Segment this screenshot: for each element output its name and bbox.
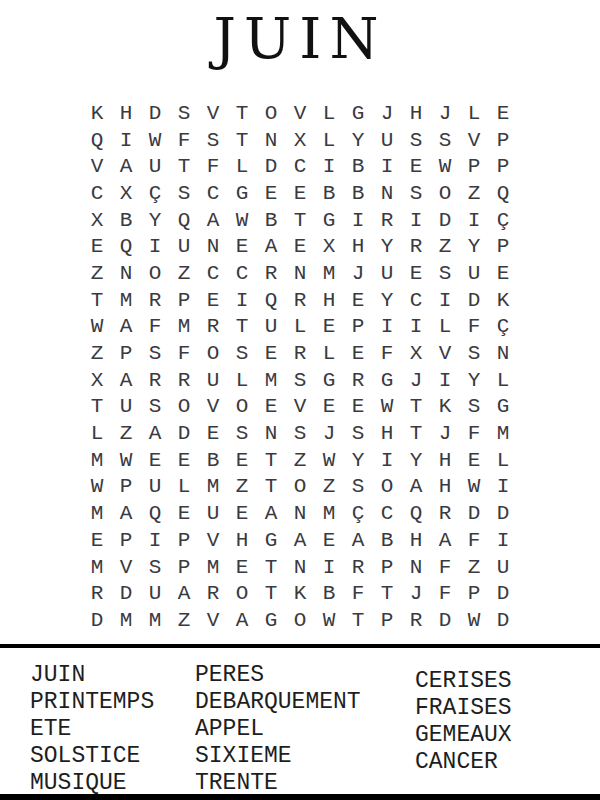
grid-cell-r10c8: R bbox=[286, 340, 315, 367]
grid-cell-r15c6: Z bbox=[228, 474, 257, 501]
grid-cell-r10c12: X bbox=[402, 340, 431, 367]
grid-cell-r3c11: I bbox=[373, 153, 402, 180]
grid-cell-r11c10: R bbox=[344, 367, 373, 394]
grid-cell-r6c4: U bbox=[170, 233, 199, 260]
grid-cell-r19c14: P bbox=[460, 580, 489, 607]
grid-cell-r3c6: L bbox=[228, 153, 257, 180]
grid-cell-r2c12: S bbox=[402, 127, 431, 154]
grid-cell-r4c7: E bbox=[257, 180, 286, 207]
grid-cell-r4c13: O bbox=[431, 180, 460, 207]
grid-cell-r14c10: Y bbox=[344, 447, 373, 474]
grid-cell-r1c15: E bbox=[489, 100, 518, 127]
grid-cell-r19c1: R bbox=[83, 580, 112, 607]
grid-cell-r3c15: P bbox=[489, 153, 518, 180]
grid-cell-r5c5: A bbox=[199, 207, 228, 234]
grid-cell-r10c9: L bbox=[315, 340, 344, 367]
grid-cell-r2c2: I bbox=[112, 127, 141, 154]
grid-cell-r19c2: D bbox=[112, 580, 141, 607]
grid-cell-r11c9: G bbox=[315, 367, 344, 394]
grid-cell-r5c2: B bbox=[112, 207, 141, 234]
grid-cell-r11c4: R bbox=[170, 367, 199, 394]
grid-cell-r8c4: P bbox=[170, 287, 199, 314]
word-musique: MUSIQUE bbox=[30, 770, 195, 797]
grid-cell-r4c14: Z bbox=[460, 180, 489, 207]
grid-cell-r20c14: W bbox=[460, 607, 489, 634]
word-trente: TRENTE bbox=[195, 770, 415, 797]
grid-cell-r11c7: M bbox=[257, 367, 286, 394]
grid-cell-r19c8: K bbox=[286, 580, 315, 607]
grid-cell-r19c6: O bbox=[228, 580, 257, 607]
grid-cell-r20c5: V bbox=[199, 607, 228, 634]
grid-cell-r1c13: J bbox=[431, 100, 460, 127]
grid-cell-r10c11: F bbox=[373, 340, 402, 367]
grid-cell-r4c9: B bbox=[315, 180, 344, 207]
grid-cell-r11c11: G bbox=[373, 367, 402, 394]
word-juin: JUIN bbox=[30, 662, 195, 689]
grid-cell-r12c14: S bbox=[460, 394, 489, 421]
grid-cell-r17c3: I bbox=[141, 527, 170, 554]
grid-cell-r2c1: Q bbox=[83, 127, 112, 154]
grid-cell-r4c2: X bbox=[112, 180, 141, 207]
grid-cell-r19c7: T bbox=[257, 580, 286, 607]
grid-cell-r18c4: P bbox=[170, 554, 199, 581]
grid-cell-r7c15: E bbox=[489, 260, 518, 287]
worksheet-page: JUIN KHDSVTOVLGJHJLEQIWFSTNXLYUSSVPVAUTF… bbox=[0, 0, 600, 800]
grid-cell-r3c2: A bbox=[112, 153, 141, 180]
grid-cell-r3c9: I bbox=[315, 153, 344, 180]
grid-cell-r4c4: S bbox=[170, 180, 199, 207]
grid-cell-r6c14: Y bbox=[460, 233, 489, 260]
grid-cell-r12c8: V bbox=[286, 394, 315, 421]
grid-cell-r11c6: L bbox=[228, 367, 257, 394]
grid-cell-r2c4: F bbox=[170, 127, 199, 154]
grid-cell-r17c5: V bbox=[199, 527, 228, 554]
grid-cell-r17c14: F bbox=[460, 527, 489, 554]
grid-cell-r18c1: M bbox=[83, 554, 112, 581]
grid-cell-r8c2: M bbox=[112, 287, 141, 314]
grid-cell-r14c12: Y bbox=[402, 447, 431, 474]
grid-cell-r19c9: B bbox=[315, 580, 344, 607]
grid-cell-r4c12: S bbox=[402, 180, 431, 207]
grid-cell-r15c15: I bbox=[489, 474, 518, 501]
grid-cell-r12c7: E bbox=[257, 394, 286, 421]
grid-cell-r3c8: C bbox=[286, 153, 315, 180]
word-debarquement: DEBARQUEMENT bbox=[195, 689, 415, 716]
grid-cell-r12c4: O bbox=[170, 394, 199, 421]
grid-cell-r9c11: I bbox=[373, 314, 402, 341]
grid-cell-r10c7: E bbox=[257, 340, 286, 367]
word-gemeaux: GEMEAUX bbox=[415, 722, 600, 749]
grid-cell-r7c2: N bbox=[112, 260, 141, 287]
grid-cell-r7c12: E bbox=[402, 260, 431, 287]
grid-cell-r16c8: N bbox=[286, 500, 315, 527]
grid-cell-r4c10: B bbox=[344, 180, 373, 207]
grid-cell-r19c10: F bbox=[344, 580, 373, 607]
grid-cell-r1c8: V bbox=[286, 100, 315, 127]
grid-cell-r5c14: I bbox=[460, 207, 489, 234]
grid-cell-r11c2: A bbox=[112, 367, 141, 394]
grid-cell-r14c7: T bbox=[257, 447, 286, 474]
grid-cell-r3c4: T bbox=[170, 153, 199, 180]
grid-cell-r15c12: A bbox=[402, 474, 431, 501]
grid-cell-r10c6: S bbox=[228, 340, 257, 367]
grid-cell-r19c4: A bbox=[170, 580, 199, 607]
grid-cell-r8c10: E bbox=[344, 287, 373, 314]
grid-cell-r9c5: R bbox=[199, 314, 228, 341]
grid-cell-r17c1: E bbox=[83, 527, 112, 554]
grid-cell-r15c2: P bbox=[112, 474, 141, 501]
word-sixieme: SIXIEME bbox=[195, 743, 415, 770]
grid-cell-r5c9: G bbox=[315, 207, 344, 234]
grid-cell-r20c13: D bbox=[431, 607, 460, 634]
grid-cell-r19c11: T bbox=[373, 580, 402, 607]
grid-cell-r1c11: J bbox=[373, 100, 402, 127]
grid-cell-r2c3: W bbox=[141, 127, 170, 154]
grid-cell-r15c11: O bbox=[373, 474, 402, 501]
grid-cell-r7c14: U bbox=[460, 260, 489, 287]
grid-cell-r10c13: V bbox=[431, 340, 460, 367]
grid-cell-r9c10: P bbox=[344, 314, 373, 341]
grid-cell-r7c3: O bbox=[141, 260, 170, 287]
grid-cell-r5c12: I bbox=[402, 207, 431, 234]
grid-cell-r9c7: U bbox=[257, 314, 286, 341]
grid-cell-r1c5: V bbox=[199, 100, 228, 127]
separator-line-top bbox=[0, 644, 600, 648]
grid-cell-r5c1: X bbox=[83, 207, 112, 234]
grid-cell-r8c9: H bbox=[315, 287, 344, 314]
grid-cell-r7c11: U bbox=[373, 260, 402, 287]
grid-cell-r6c6: E bbox=[228, 233, 257, 260]
grid-cell-r14c1: M bbox=[83, 447, 112, 474]
grid-cell-r11c1: X bbox=[83, 367, 112, 394]
grid-cell-r11c12: J bbox=[402, 367, 431, 394]
grid-cell-r6c11: Y bbox=[373, 233, 402, 260]
grid-cell-r15c1: W bbox=[83, 474, 112, 501]
grid-cell-r17c10: A bbox=[344, 527, 373, 554]
grid-cell-r13c6: S bbox=[228, 420, 257, 447]
grid-cell-r10c14: S bbox=[460, 340, 489, 367]
grid-cell-r5c11: R bbox=[373, 207, 402, 234]
grid-cell-r7c7: R bbox=[257, 260, 286, 287]
grid-cell-r2c15: P bbox=[489, 127, 518, 154]
grid-cell-r15c14: W bbox=[460, 474, 489, 501]
grid-cell-r1c6: T bbox=[228, 100, 257, 127]
grid-cell-r6c7: A bbox=[257, 233, 286, 260]
grid-cell-r16c11: C bbox=[373, 500, 402, 527]
grid-cell-r12c13: K bbox=[431, 394, 460, 421]
grid-cell-r1c7: O bbox=[257, 100, 286, 127]
grid-cell-r1c3: D bbox=[141, 100, 170, 127]
grid-cell-r7c10: J bbox=[344, 260, 373, 287]
grid-cell-r9c2: A bbox=[112, 314, 141, 341]
grid-cell-r6c9: X bbox=[315, 233, 344, 260]
grid-cell-r19c15: D bbox=[489, 580, 518, 607]
grid-cell-r9c1: W bbox=[83, 314, 112, 341]
grid-cell-r13c9: J bbox=[315, 420, 344, 447]
grid-cell-r12c11: W bbox=[373, 394, 402, 421]
grid-cell-r20c7: G bbox=[257, 607, 286, 634]
grid-cell-r9c15: Ç bbox=[489, 314, 518, 341]
grid-cell-r12c6: O bbox=[228, 394, 257, 421]
grid-cell-r1c1: K bbox=[83, 100, 112, 127]
grid-cell-r17c6: H bbox=[228, 527, 257, 554]
grid-cell-r4c15: Q bbox=[489, 180, 518, 207]
grid-cell-r9c13: L bbox=[431, 314, 460, 341]
grid-cell-r13c13: J bbox=[431, 420, 460, 447]
grid-cell-r10c1: Z bbox=[83, 340, 112, 367]
grid-cell-r12c3: S bbox=[141, 394, 170, 421]
grid-cell-r4c8: E bbox=[286, 180, 315, 207]
grid-cell-r17c9: E bbox=[315, 527, 344, 554]
grid-cell-r16c3: Q bbox=[141, 500, 170, 527]
grid-cell-r17c8: A bbox=[286, 527, 315, 554]
grid-cell-r11c15: L bbox=[489, 367, 518, 394]
grid-cell-r14c15: L bbox=[489, 447, 518, 474]
grid-cell-r18c14: Z bbox=[460, 554, 489, 581]
word-list-column-1: JUINPRINTEMPSETESOLSTICEMUSIQUE bbox=[0, 662, 195, 797]
grid-cell-r1c9: L bbox=[315, 100, 344, 127]
grid-cell-r4c3: Ç bbox=[141, 180, 170, 207]
grid-cell-r17c7: G bbox=[257, 527, 286, 554]
grid-cell-r10c2: P bbox=[112, 340, 141, 367]
grid-cell-r11c13: I bbox=[431, 367, 460, 394]
grid-cell-r20c11: P bbox=[373, 607, 402, 634]
grid-cell-r15c4: L bbox=[170, 474, 199, 501]
grid-cell-r8c15: K bbox=[489, 287, 518, 314]
grid-cell-r12c2: U bbox=[112, 394, 141, 421]
grid-cell-r6c2: Q bbox=[112, 233, 141, 260]
grid-cell-r13c10: S bbox=[344, 420, 373, 447]
grid-cell-r18c11: P bbox=[373, 554, 402, 581]
grid-cell-r16c7: A bbox=[257, 500, 286, 527]
grid-cell-r16c4: E bbox=[170, 500, 199, 527]
grid-cell-r16c12: Q bbox=[402, 500, 431, 527]
grid-cell-r13c1: L bbox=[83, 420, 112, 447]
grid-cell-r17c13: A bbox=[431, 527, 460, 554]
grid-cell-r7c1: Z bbox=[83, 260, 112, 287]
grid-cell-r9c4: M bbox=[170, 314, 199, 341]
grid-cell-r14c14: E bbox=[460, 447, 489, 474]
grid-cell-r2c10: Y bbox=[344, 127, 373, 154]
grid-cell-r14c2: W bbox=[112, 447, 141, 474]
grid-cell-r14c13: H bbox=[431, 447, 460, 474]
grid-cell-r19c13: F bbox=[431, 580, 460, 607]
grid-cell-r13c12: T bbox=[402, 420, 431, 447]
grid-cell-r15c10: S bbox=[344, 474, 373, 501]
grid-cell-r7c5: C bbox=[199, 260, 228, 287]
grid-cell-r12c10: E bbox=[344, 394, 373, 421]
grid-cell-r3c12: E bbox=[402, 153, 431, 180]
grid-cell-r6c15: P bbox=[489, 233, 518, 260]
grid-cell-r4c11: N bbox=[373, 180, 402, 207]
grid-cell-r3c3: U bbox=[141, 153, 170, 180]
grid-cell-r8c7: Q bbox=[257, 287, 286, 314]
grid-cell-r20c1: D bbox=[83, 607, 112, 634]
grid-cell-r17c11: B bbox=[373, 527, 402, 554]
grid-cell-r16c6: E bbox=[228, 500, 257, 527]
grid-cell-r6c12: R bbox=[402, 233, 431, 260]
grid-cell-r16c5: U bbox=[199, 500, 228, 527]
word-printemps: PRINTEMPS bbox=[30, 689, 195, 716]
grid-cell-r8c6: I bbox=[228, 287, 257, 314]
separator-line-bottom bbox=[0, 794, 600, 800]
grid-cell-r18c3: S bbox=[141, 554, 170, 581]
grid-cell-r18c15: U bbox=[489, 554, 518, 581]
grid-cell-r11c14: Y bbox=[460, 367, 489, 394]
grid-cell-r1c4: S bbox=[170, 100, 199, 127]
grid-cell-r2c5: S bbox=[199, 127, 228, 154]
grid-cell-r6c1: E bbox=[83, 233, 112, 260]
word-fraises: FRAISES bbox=[415, 695, 600, 722]
grid-cell-r16c1: M bbox=[83, 500, 112, 527]
grid-cell-r10c4: F bbox=[170, 340, 199, 367]
word-ete: ETE bbox=[30, 716, 195, 743]
word-peres: PERES bbox=[195, 662, 415, 689]
grid-cell-r2c6: T bbox=[228, 127, 257, 154]
grid-cell-r9c14: F bbox=[460, 314, 489, 341]
grid-cell-r18c10: R bbox=[344, 554, 373, 581]
grid-cell-r3c14: P bbox=[460, 153, 489, 180]
grid-cell-r9c6: T bbox=[228, 314, 257, 341]
grid-cell-r18c8: N bbox=[286, 554, 315, 581]
word-cerises: CERISES bbox=[415, 668, 600, 695]
word-appel: APPEL bbox=[195, 716, 415, 743]
grid-cell-r14c9: W bbox=[315, 447, 344, 474]
grid-cell-r15c9: Z bbox=[315, 474, 344, 501]
grid-cell-r20c4: Z bbox=[170, 607, 199, 634]
grid-cell-r6c13: Z bbox=[431, 233, 460, 260]
grid-cell-r4c5: C bbox=[199, 180, 228, 207]
grid-cell-r12c1: T bbox=[83, 394, 112, 421]
grid-cell-r13c3: A bbox=[141, 420, 170, 447]
grid-cell-r2c14: V bbox=[460, 127, 489, 154]
grid-cell-r17c12: H bbox=[402, 527, 431, 554]
grid-cell-r10c15: N bbox=[489, 340, 518, 367]
grid-cell-r17c15: I bbox=[489, 527, 518, 554]
grid-cell-r20c10: T bbox=[344, 607, 373, 634]
grid-cell-r3c10: B bbox=[344, 153, 373, 180]
grid-cell-r18c9: I bbox=[315, 554, 344, 581]
grid-cell-r15c7: T bbox=[257, 474, 286, 501]
grid-cell-r13c2: Z bbox=[112, 420, 141, 447]
grid-cell-r13c15: M bbox=[489, 420, 518, 447]
grid-cell-r17c4: P bbox=[170, 527, 199, 554]
grid-cell-r18c13: F bbox=[431, 554, 460, 581]
grid-cell-r5c7: B bbox=[257, 207, 286, 234]
grid-cell-r7c8: N bbox=[286, 260, 315, 287]
grid-cell-r18c2: V bbox=[112, 554, 141, 581]
grid-cell-r16c15: D bbox=[489, 500, 518, 527]
grid-cell-r11c8: S bbox=[286, 367, 315, 394]
grid-cell-r16c9: M bbox=[315, 500, 344, 527]
grid-cell-r1c14: L bbox=[460, 100, 489, 127]
grid-cell-r1c10: G bbox=[344, 100, 373, 127]
word-solstice: SOLSTICE bbox=[30, 743, 195, 770]
grid-cell-r16c14: D bbox=[460, 500, 489, 527]
letter-grid: KHDSVTOVLGJHJLEQIWFSTNXLYUSSVPVAUTFLDCIB… bbox=[83, 100, 518, 634]
grid-cell-r12c5: V bbox=[199, 394, 228, 421]
grid-cell-r8c11: Y bbox=[373, 287, 402, 314]
grid-cell-r7c6: C bbox=[228, 260, 257, 287]
grid-cell-r20c3: M bbox=[141, 607, 170, 634]
grid-cell-r13c8: S bbox=[286, 420, 315, 447]
grid-cell-r14c4: E bbox=[170, 447, 199, 474]
grid-cell-r10c3: S bbox=[141, 340, 170, 367]
grid-cell-r13c7: N bbox=[257, 420, 286, 447]
grid-cell-r1c12: H bbox=[402, 100, 431, 127]
grid-cell-r18c7: T bbox=[257, 554, 286, 581]
grid-cell-r15c13: H bbox=[431, 474, 460, 501]
grid-cell-r1c2: H bbox=[112, 100, 141, 127]
grid-cell-r8c12: C bbox=[402, 287, 431, 314]
grid-cell-r8c3: R bbox=[141, 287, 170, 314]
grid-cell-r17c2: P bbox=[112, 527, 141, 554]
grid-cell-r14c8: Z bbox=[286, 447, 315, 474]
grid-cell-r20c12: R bbox=[402, 607, 431, 634]
grid-cell-r3c1: V bbox=[83, 153, 112, 180]
grid-cell-r8c1: T bbox=[83, 287, 112, 314]
grid-cell-r2c8: X bbox=[286, 127, 315, 154]
grid-cell-r12c12: T bbox=[402, 394, 431, 421]
grid-cell-r4c1: C bbox=[83, 180, 112, 207]
grid-cell-r13c4: D bbox=[170, 420, 199, 447]
grid-cell-r7c4: Z bbox=[170, 260, 199, 287]
grid-cell-r6c8: E bbox=[286, 233, 315, 260]
grid-cell-r6c3: I bbox=[141, 233, 170, 260]
grid-cell-r5c3: Y bbox=[141, 207, 170, 234]
word-list-column-3: CERISESFRAISESGEMEAUXCANCER bbox=[415, 668, 600, 776]
word-cancer: CANCER bbox=[415, 749, 600, 776]
grid-cell-r20c8: O bbox=[286, 607, 315, 634]
grid-cell-r20c9: W bbox=[315, 607, 344, 634]
grid-cell-r5c4: Q bbox=[170, 207, 199, 234]
grid-cell-r7c9: M bbox=[315, 260, 344, 287]
grid-cell-r20c2: M bbox=[112, 607, 141, 634]
grid-cell-r11c3: R bbox=[141, 367, 170, 394]
grid-cell-r11c5: U bbox=[199, 367, 228, 394]
grid-cell-r2c7: N bbox=[257, 127, 286, 154]
grid-cell-r12c15: G bbox=[489, 394, 518, 421]
grid-cell-r2c11: U bbox=[373, 127, 402, 154]
grid-cell-r9c12: I bbox=[402, 314, 431, 341]
grid-cell-r18c6: E bbox=[228, 554, 257, 581]
grid-cell-r20c6: A bbox=[228, 607, 257, 634]
grid-cell-r16c10: Ç bbox=[344, 500, 373, 527]
grid-cell-r16c13: R bbox=[431, 500, 460, 527]
word-list: JUINPRINTEMPSETESOLSTICEMUSIQUE PERESDEB… bbox=[0, 662, 600, 797]
grid-cell-r20c15: D bbox=[489, 607, 518, 634]
grid-cell-r9c9: E bbox=[315, 314, 344, 341]
grid-cell-r16c2: A bbox=[112, 500, 141, 527]
grid-cell-r13c5: E bbox=[199, 420, 228, 447]
grid-cell-r7c13: S bbox=[431, 260, 460, 287]
grid-cell-r8c8: R bbox=[286, 287, 315, 314]
grid-cell-r19c12: J bbox=[402, 580, 431, 607]
grid-cell-r3c5: F bbox=[199, 153, 228, 180]
grid-cell-r18c12: N bbox=[402, 554, 431, 581]
grid-cell-r3c13: W bbox=[431, 153, 460, 180]
grid-cell-r6c10: H bbox=[344, 233, 373, 260]
grid-cell-r14c3: E bbox=[141, 447, 170, 474]
grid-cell-r18c5: M bbox=[199, 554, 228, 581]
grid-cell-r15c5: M bbox=[199, 474, 228, 501]
grid-cell-r9c3: F bbox=[141, 314, 170, 341]
grid-cell-r10c10: E bbox=[344, 340, 373, 367]
grid-cell-r5c8: T bbox=[286, 207, 315, 234]
grid-cell-r15c3: U bbox=[141, 474, 170, 501]
grid-cell-r13c11: H bbox=[373, 420, 402, 447]
grid-cell-r5c15: Ç bbox=[489, 207, 518, 234]
